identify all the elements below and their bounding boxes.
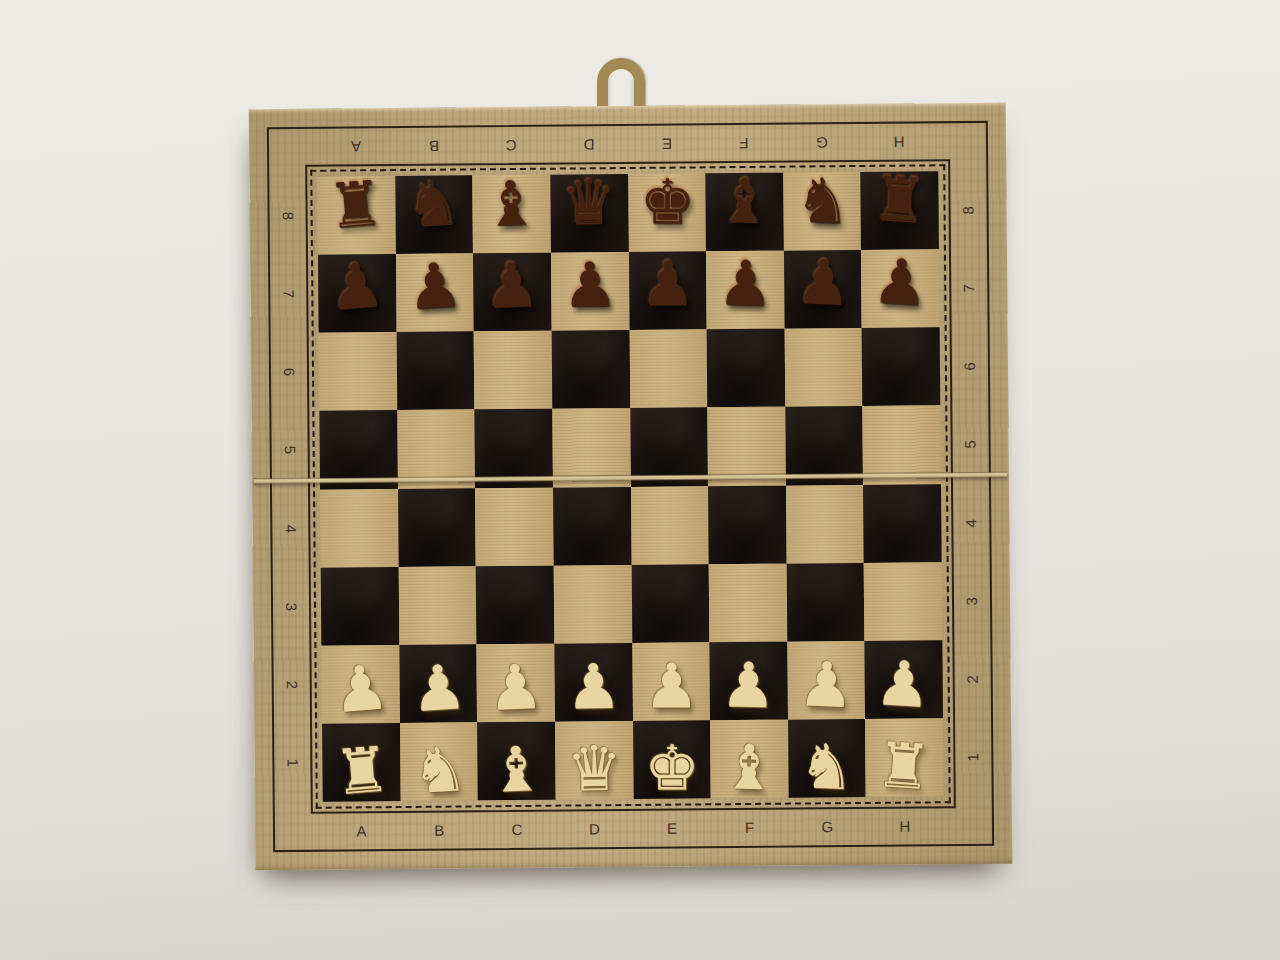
square-h6[interactable] <box>862 328 940 407</box>
file-label-bottom-d: D <box>556 809 634 848</box>
black-pawn-h7[interactable]: ♟ <box>871 250 930 315</box>
rank-label-left-6: 6 <box>251 353 329 392</box>
rank-label-left-5: 5 <box>251 431 329 470</box>
file-label-top-b: B <box>394 127 472 166</box>
square-g8[interactable]: ♞ <box>783 172 861 251</box>
black-knight-b8[interactable]: ♞ <box>404 172 463 237</box>
square-b4[interactable] <box>398 488 476 567</box>
square-f1[interactable]: ♝ <box>710 720 788 799</box>
square-c2[interactable]: ♟ <box>477 643 555 722</box>
file-label-top-e: E <box>627 125 705 164</box>
black-pawn-g7[interactable]: ♟ <box>794 251 852 315</box>
square-d6[interactable] <box>552 330 630 409</box>
white-knight-b1[interactable]: ♞ <box>410 738 469 803</box>
white-pawn-d2[interactable]: ♟ <box>565 656 622 719</box>
rank-label-left-3: 3 <box>253 587 331 626</box>
white-pawn-h2[interactable]: ♟ <box>874 652 933 717</box>
square-g7[interactable]: ♟ <box>784 250 862 329</box>
square-f8[interactable]: ♝ <box>705 173 783 252</box>
file-label-bottom-h: H <box>866 806 944 845</box>
square-f2[interactable]: ♟ <box>709 641 787 720</box>
white-pawn-g2[interactable]: ♟ <box>797 653 855 717</box>
square-g4[interactable] <box>786 484 864 563</box>
square-d1[interactable]: ♛ <box>555 721 633 800</box>
black-pawn-a7[interactable]: ♟ <box>326 254 386 320</box>
square-a2[interactable]: ♟ <box>321 645 399 724</box>
frame-gap <box>948 123 986 161</box>
file-label-top-g: G <box>783 124 861 163</box>
square-e3[interactable] <box>631 564 709 643</box>
rank-label-left-7: 7 <box>250 275 328 314</box>
frame-gap <box>275 812 313 850</box>
square-h3[interactable] <box>864 562 942 641</box>
frame-gap <box>313 802 323 812</box>
rank-label-left-4: 4 <box>252 509 330 548</box>
square-e4[interactable] <box>631 486 709 565</box>
square-b8[interactable]: ♞ <box>395 175 473 254</box>
rank-label-right-1: 1 <box>933 738 1011 777</box>
black-rook-h8[interactable]: ♜ <box>871 168 930 233</box>
black-pawn-c7[interactable]: ♟ <box>483 254 541 318</box>
frame-gap <box>307 167 317 177</box>
square-a3[interactable] <box>321 567 399 646</box>
file-label-top-c: C <box>472 127 550 166</box>
black-pawn-f7[interactable]: ♟ <box>717 253 774 316</box>
file-label-top-a: A <box>317 128 395 167</box>
rank-label-right-2: 2 <box>932 660 1010 699</box>
square-d4[interactable] <box>553 487 631 566</box>
square-h2[interactable]: ♟ <box>865 640 943 719</box>
square-f7[interactable]: ♟ <box>706 251 784 330</box>
rank-label-right-6: 6 <box>930 347 1008 386</box>
square-b7[interactable]: ♟ <box>396 253 474 332</box>
frame-gap <box>944 796 954 806</box>
square-b2[interactable]: ♟ <box>399 644 477 723</box>
file-label-bottom-a: A <box>323 811 401 850</box>
black-bishop-c8[interactable]: ♝ <box>482 172 540 236</box>
file-label-bottom-g: G <box>789 807 867 846</box>
square-e7[interactable]: ♟ <box>628 251 706 330</box>
chess-board: ABCDEFGH8♜♞♝♛♚♝♞♜87♟♟♟♟♟♟♟♟7665544332♟♟♟… <box>249 103 1013 871</box>
square-f6[interactable] <box>707 329 785 408</box>
square-d8[interactable]: ♛ <box>550 174 628 253</box>
white-pawn-e2[interactable]: ♟ <box>643 655 699 717</box>
black-king-e8[interactable]: ♚ <box>639 172 695 234</box>
frame-gap <box>313 812 323 850</box>
frame-gap <box>948 161 986 171</box>
file-label-top-f: F <box>705 125 783 164</box>
file-label-bottom-c: C <box>478 810 556 849</box>
frame-gap <box>954 796 992 806</box>
square-b6[interactable] <box>396 332 474 411</box>
square-d2[interactable]: ♟ <box>554 643 632 722</box>
frame-gap <box>938 161 948 171</box>
black-bishop-f8[interactable]: ♝ <box>716 170 773 233</box>
black-pawn-e7[interactable]: ♟ <box>640 254 696 316</box>
square-d7[interactable]: ♟ <box>551 252 629 331</box>
white-pawn-f2[interactable]: ♟ <box>720 654 777 717</box>
file-label-top-d: D <box>550 126 628 165</box>
rank-label-left-8: 8 <box>249 197 327 236</box>
white-pawn-b2[interactable]: ♟ <box>409 656 468 721</box>
square-b3[interactable] <box>398 566 476 645</box>
square-e6[interactable] <box>629 330 707 409</box>
square-c6[interactable] <box>474 331 552 410</box>
white-rook-a1[interactable]: ♜ <box>332 738 392 804</box>
frame-gap <box>954 806 992 844</box>
white-bishop-c1[interactable]: ♝ <box>488 738 546 802</box>
square-f4[interactable] <box>708 485 786 564</box>
square-g3[interactable] <box>786 563 864 642</box>
square-g1[interactable]: ♞ <box>788 719 866 798</box>
square-c1[interactable]: ♝ <box>477 722 555 801</box>
file-label-bottom-b: B <box>400 810 478 849</box>
white-king-e1[interactable]: ♚ <box>644 738 700 800</box>
frame-gap <box>275 802 313 812</box>
black-pawn-d7[interactable]: ♟ <box>561 254 618 317</box>
rank-label-right-8: 8 <box>928 191 1006 230</box>
square-b1[interactable]: ♞ <box>400 722 478 801</box>
black-pawn-b7[interactable]: ♟ <box>405 254 464 319</box>
square-d3[interactable] <box>554 565 632 644</box>
square-a6[interactable] <box>319 332 397 411</box>
square-h4[interactable] <box>863 484 941 563</box>
rank-label-right-5: 5 <box>930 425 1008 464</box>
file-label-bottom-f: F <box>711 808 789 847</box>
square-h1[interactable]: ♜ <box>865 718 943 797</box>
square-a7[interactable]: ♟ <box>318 254 396 333</box>
frame-gap <box>944 806 954 844</box>
square-c4[interactable] <box>475 487 553 566</box>
square-a4[interactable] <box>320 489 398 568</box>
white-pawn-a2[interactable]: ♟ <box>331 656 391 722</box>
square-c3[interactable] <box>476 565 554 644</box>
frame-gap <box>269 167 307 177</box>
rank-label-right-7: 7 <box>929 269 1007 308</box>
rank-label-left-1: 1 <box>254 744 332 783</box>
frame-gap <box>307 129 317 167</box>
white-knight-g1[interactable]: ♞ <box>797 735 855 799</box>
square-c8[interactable]: ♝ <box>473 175 551 254</box>
square-f3[interactable] <box>709 563 787 642</box>
rank-label-right-3: 3 <box>932 581 1010 620</box>
black-knight-g8[interactable]: ♞ <box>793 169 851 233</box>
square-h8[interactable]: ♜ <box>861 171 939 250</box>
square-g2[interactable]: ♟ <box>787 641 865 720</box>
frame-gap <box>269 129 307 167</box>
frame-gap <box>938 123 948 161</box>
file-label-bottom-e: E <box>633 808 711 847</box>
board-grid: ABCDEFGH8♜♞♝♛♚♝♞♜87♟♟♟♟♟♟♟♟7665544332♟♟♟… <box>269 123 992 850</box>
white-rook-h1[interactable]: ♜ <box>874 734 933 799</box>
square-e1[interactable]: ♚ <box>633 720 711 799</box>
white-queen-d1[interactable]: ♛ <box>566 738 623 801</box>
square-e8[interactable]: ♚ <box>628 173 706 252</box>
white-pawn-c2[interactable]: ♟ <box>487 656 545 720</box>
file-label-top-h: H <box>860 123 938 162</box>
square-c7[interactable]: ♟ <box>473 253 551 332</box>
rank-label-left-2: 2 <box>253 665 331 704</box>
square-g6[interactable] <box>784 328 862 407</box>
square-a8[interactable]: ♜ <box>317 176 395 255</box>
square-e2[interactable]: ♟ <box>632 642 710 721</box>
wall-background: { "game": { "name": "chess", "descriptio… <box>0 0 1280 960</box>
black-rook-a8[interactable]: ♜ <box>325 172 385 238</box>
square-a1[interactable]: ♜ <box>322 723 400 802</box>
rank-label-right-4: 4 <box>931 503 1009 542</box>
square-h7[interactable]: ♟ <box>861 249 939 328</box>
black-queen-d8[interactable]: ♛ <box>561 172 618 235</box>
white-bishop-f1[interactable]: ♝ <box>721 736 778 799</box>
